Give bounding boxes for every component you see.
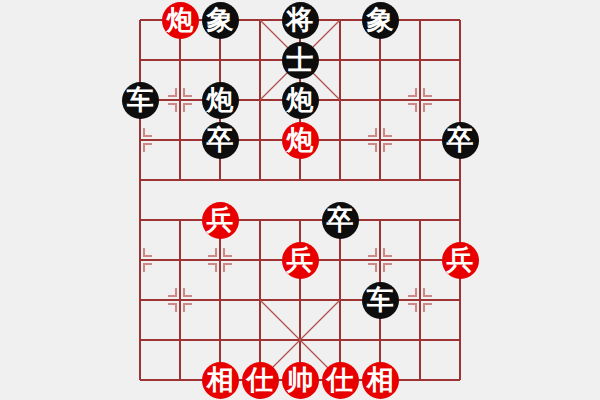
board-point[interactable] [240,120,280,160]
piece-red-cannon[interactable]: 炮 [282,122,319,159]
board-point[interactable]: 象 [360,0,400,40]
piece-black-cannon[interactable]: 炮 [282,82,319,119]
board-point[interactable]: 象 [200,0,240,40]
board-point[interactable] [400,360,440,400]
board-point[interactable] [240,160,280,200]
board-point[interactable] [400,320,440,360]
board-point[interactable] [200,280,240,320]
piece-black-elephant[interactable]: 象 [202,2,239,39]
board-point[interactable] [120,360,160,400]
board-point[interactable] [280,280,320,320]
board-point[interactable] [440,40,480,80]
piece-red-elephant[interactable]: 相 [362,362,399,399]
board-point[interactable] [240,0,280,40]
board-point[interactable] [400,160,440,200]
board-point[interactable]: 相 [200,360,240,400]
piece-red-advisor[interactable]: 仕 [242,362,279,399]
board-point[interactable]: 炮 [280,80,320,120]
board-point[interactable]: 车 [360,280,400,320]
board-point[interactable] [400,80,440,120]
board-point[interactable] [320,320,360,360]
board-point[interactable] [400,40,440,80]
board-point[interactable]: 将 [280,0,320,40]
board-point[interactable] [280,200,320,240]
board-point[interactable]: 车 [120,80,160,120]
board-point[interactable] [440,320,480,360]
board-point[interactable]: 卒 [440,120,480,160]
board-point[interactable] [360,80,400,120]
board-point[interactable] [360,160,400,200]
board-point[interactable] [360,200,400,240]
piece-red-soldier[interactable]: 兵 [442,242,479,279]
board-point[interactable] [320,280,360,320]
board-point[interactable] [400,120,440,160]
board-point[interactable] [160,160,200,200]
board-point[interactable] [120,160,160,200]
board-point[interactable]: 兵 [200,200,240,240]
board-point[interactable] [440,0,480,40]
board-point[interactable] [400,240,440,280]
board-point[interactable] [200,240,240,280]
board-point[interactable] [120,320,160,360]
board-point[interactable] [200,160,240,200]
board-point[interactable] [360,320,400,360]
board-point[interactable] [400,200,440,240]
board-point[interactable] [160,80,200,120]
board-point[interactable] [320,80,360,120]
piece-red-general[interactable]: 帅 [282,362,319,399]
board-point[interactable]: 兵 [440,240,480,280]
board-point[interactable]: 炮 [280,120,320,160]
board-point[interactable] [440,280,480,320]
board-point[interactable] [240,200,280,240]
board-point[interactable]: 卒 [320,200,360,240]
piece-black-soldier[interactable]: 卒 [442,122,479,159]
piece-black-soldier[interactable]: 卒 [202,122,239,159]
board-point[interactable] [360,40,400,80]
board-point[interactable] [280,160,320,200]
piece-red-cannon[interactable]: 炮 [162,2,199,39]
board-point[interactable] [400,0,440,40]
board-point[interactable] [120,0,160,40]
board-point[interactable] [240,320,280,360]
board-point[interactable] [120,120,160,160]
board-point[interactable]: 相 [360,360,400,400]
board-point[interactable] [240,40,280,80]
board-point[interactable] [320,240,360,280]
board-point[interactable] [160,200,200,240]
board-point[interactable] [440,200,480,240]
board-point[interactable] [440,160,480,200]
board-point[interactable] [320,0,360,40]
board-point[interactable] [240,280,280,320]
board-point[interactable] [440,360,480,400]
board-point[interactable]: 帅 [280,360,320,400]
xiangqi-board: 炮象将象士车炮炮卒炮卒兵卒兵兵车相仕帅仕相 [120,0,480,400]
board-point[interactable] [120,40,160,80]
piece-red-elephant[interactable]: 相 [202,362,239,399]
board-point[interactable] [240,80,280,120]
board-point[interactable] [120,200,160,240]
board-point[interactable] [280,320,320,360]
board-point[interactable] [200,40,240,80]
piece-black-soldier[interactable]: 卒 [322,202,359,239]
board-point[interactable] [120,240,160,280]
board-point[interactable]: 士 [280,40,320,80]
board-point[interactable] [360,120,400,160]
piece-red-soldier[interactable]: 兵 [202,202,239,239]
board-point[interactable]: 炮 [200,80,240,120]
piece-red-soldier[interactable]: 兵 [282,242,319,279]
piece-black-chariot[interactable]: 车 [362,282,399,319]
board-point[interactable] [320,160,360,200]
piece-red-advisor[interactable]: 仕 [322,362,359,399]
board-point[interactable]: 炮 [160,0,200,40]
board-point[interactable] [160,120,200,160]
board-point[interactable] [400,280,440,320]
piece-black-general[interactable]: 将 [282,2,319,39]
board-point[interactable] [160,320,200,360]
piece-black-chariot[interactable]: 车 [122,82,159,119]
xiangqi-app: 炮象将象士车炮炮卒炮卒兵卒兵兵车相仕帅仕相 [0,0,600,400]
piece-black-advisor[interactable]: 士 [282,42,319,79]
board-point[interactable] [200,320,240,360]
board-point[interactable] [120,280,160,320]
board-point[interactable] [240,240,280,280]
board-point[interactable] [160,280,200,320]
board-point[interactable] [160,240,200,280]
board-point[interactable] [360,240,400,280]
board-point[interactable] [320,40,360,80]
board-point[interactable]: 仕 [320,360,360,400]
board-point[interactable]: 兵 [280,240,320,280]
board-point[interactable]: 卒 [200,120,240,160]
board-point[interactable] [160,360,200,400]
board-point[interactable]: 仕 [240,360,280,400]
piece-black-elephant[interactable]: 象 [362,2,399,39]
board-point[interactable] [320,120,360,160]
board-point[interactable] [440,80,480,120]
board-point[interactable] [160,40,200,80]
piece-black-cannon[interactable]: 炮 [202,82,239,119]
